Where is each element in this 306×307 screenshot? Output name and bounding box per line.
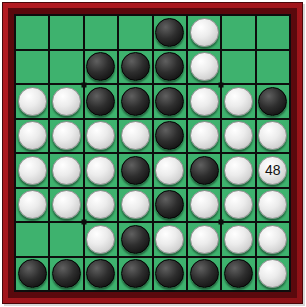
- square-a4[interactable]: [16, 120, 48, 153]
- square-a2[interactable]: [16, 51, 48, 84]
- square-e4[interactable]: [154, 120, 186, 153]
- white-disc-a4: [18, 121, 47, 150]
- white-disc-c6: [86, 190, 115, 219]
- white-disc-f7: [190, 225, 219, 254]
- white-disc-g5: [224, 156, 253, 185]
- white-disc-f3: [190, 87, 219, 116]
- black-disc-g8: [224, 259, 253, 288]
- square-h8[interactable]: [257, 258, 289, 291]
- square-a3[interactable]: [16, 85, 48, 118]
- black-disc-b8: [52, 259, 81, 288]
- white-disc-b6: [52, 190, 81, 219]
- black-disc-e2: [155, 52, 184, 81]
- square-f4[interactable]: [188, 120, 220, 153]
- white-disc-c5: [86, 156, 115, 185]
- white-disc-g3: [224, 87, 253, 116]
- black-disc-e3: [155, 87, 184, 116]
- square-e2[interactable]: [154, 51, 186, 84]
- last-move-number: 48: [265, 163, 281, 177]
- white-disc-g4: [224, 121, 253, 150]
- white-disc-e7: [155, 225, 184, 254]
- square-b5[interactable]: [50, 154, 82, 187]
- white-disc-b4: [52, 121, 81, 150]
- square-g5[interactable]: [222, 154, 254, 187]
- square-b2[interactable]: [50, 51, 82, 84]
- white-disc-f4: [190, 121, 219, 150]
- white-disc-h7: [258, 225, 287, 254]
- square-f5[interactable]: [188, 154, 220, 187]
- black-disc-d2: [121, 52, 150, 81]
- black-disc-e8: [155, 259, 184, 288]
- square-d7[interactable]: [119, 223, 151, 256]
- square-c4[interactable]: [85, 120, 117, 153]
- square-f2[interactable]: [188, 51, 220, 84]
- black-disc-e6: [155, 190, 184, 219]
- white-disc-h6: [258, 190, 287, 219]
- square-g2[interactable]: [222, 51, 254, 84]
- black-disc-d3: [121, 87, 150, 116]
- square-c7[interactable]: [85, 223, 117, 256]
- black-disc-h3: [258, 87, 287, 116]
- white-disc-f1: [190, 18, 219, 47]
- square-c3[interactable]: [85, 85, 117, 118]
- square-e7[interactable]: [154, 223, 186, 256]
- white-disc-b5: [52, 156, 81, 185]
- square-b8[interactable]: [50, 258, 82, 291]
- black-disc-e1: [155, 18, 184, 47]
- white-disc-f6: [190, 190, 219, 219]
- square-a7[interactable]: [16, 223, 48, 256]
- star-point-2: [218, 82, 223, 87]
- black-disc-a8: [18, 259, 47, 288]
- square-a5[interactable]: [16, 154, 48, 187]
- square-f1[interactable]: [188, 16, 220, 49]
- white-disc-h8: [258, 259, 287, 288]
- square-b4[interactable]: [50, 120, 82, 153]
- white-disc-e5: [155, 156, 184, 185]
- white-disc-d4: [121, 121, 150, 150]
- white-disc-g6: [224, 190, 253, 219]
- white-disc-g7: [224, 225, 253, 254]
- square-h6[interactable]: [257, 189, 289, 222]
- white-disc-a3: [18, 87, 47, 116]
- white-disc-h5: 48: [258, 156, 287, 185]
- square-h3[interactable]: [257, 85, 289, 118]
- square-d3[interactable]: [119, 85, 151, 118]
- square-b1[interactable]: [50, 16, 82, 49]
- square-h1[interactable]: [257, 16, 289, 49]
- square-e6[interactable]: [154, 189, 186, 222]
- square-b7[interactable]: [50, 223, 82, 256]
- square-c6[interactable]: [85, 189, 117, 222]
- square-g6[interactable]: [222, 189, 254, 222]
- square-c2[interactable]: [85, 51, 117, 84]
- square-e3[interactable]: [154, 85, 186, 118]
- square-h4[interactable]: [257, 120, 289, 153]
- white-disc-d6: [121, 190, 150, 219]
- square-b6[interactable]: [50, 189, 82, 222]
- black-disc-c3: [86, 87, 115, 116]
- square-c1[interactable]: [85, 16, 117, 49]
- square-d4[interactable]: [119, 120, 151, 153]
- square-f3[interactable]: [188, 85, 220, 118]
- square-f8[interactable]: [188, 258, 220, 291]
- white-disc-c7: [86, 225, 115, 254]
- square-e8[interactable]: [154, 258, 186, 291]
- square-d2[interactable]: [119, 51, 151, 84]
- square-g7[interactable]: [222, 223, 254, 256]
- square-a8[interactable]: [16, 258, 48, 291]
- white-disc-c4: [86, 121, 115, 150]
- white-disc-a5: [18, 156, 47, 185]
- black-disc-c2: [86, 52, 115, 81]
- black-disc-f5: [190, 156, 219, 185]
- square-g3[interactable]: [222, 85, 254, 118]
- white-disc-a6: [18, 190, 47, 219]
- black-disc-d7: [121, 225, 150, 254]
- square-a1[interactable]: [16, 16, 48, 49]
- square-c5[interactable]: [85, 154, 117, 187]
- star-point-3: [82, 219, 87, 224]
- square-g4[interactable]: [222, 120, 254, 153]
- square-d6[interactable]: [119, 189, 151, 222]
- square-d8[interactable]: [119, 258, 151, 291]
- board: 48: [14, 14, 291, 292]
- square-h7[interactable]: [257, 223, 289, 256]
- black-disc-d5: [121, 156, 150, 185]
- square-g8[interactable]: [222, 258, 254, 291]
- star-point-4: [218, 219, 223, 224]
- black-disc-c8: [86, 259, 115, 288]
- board-frame-inner: 48: [8, 8, 297, 298]
- white-disc-f2: [190, 52, 219, 81]
- square-d5[interactable]: [119, 154, 151, 187]
- square-f6[interactable]: [188, 189, 220, 222]
- white-disc-h4: [258, 121, 287, 150]
- black-disc-f8: [190, 259, 219, 288]
- square-b3[interactable]: [50, 85, 82, 118]
- square-g1[interactable]: [222, 16, 254, 49]
- star-point-1: [82, 82, 87, 87]
- square-f7[interactable]: [188, 223, 220, 256]
- square-e5[interactable]: [154, 154, 186, 187]
- black-disc-d8: [121, 259, 150, 288]
- square-c8[interactable]: [85, 258, 117, 291]
- square-d1[interactable]: [119, 16, 151, 49]
- square-h5[interactable]: 48: [257, 154, 289, 187]
- board-frame: 48: [2, 2, 303, 304]
- square-e1[interactable]: [154, 16, 186, 49]
- black-disc-e4: [155, 121, 184, 150]
- square-h2[interactable]: [257, 51, 289, 84]
- square-a6[interactable]: [16, 189, 48, 222]
- white-disc-b3: [52, 87, 81, 116]
